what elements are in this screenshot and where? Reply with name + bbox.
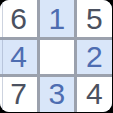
cell-r0c0[interactable]: 6 [0,0,37,37]
digit-entered: 1 [48,4,65,34]
digit-given: 7 [10,79,27,109]
cell-r1c0[interactable]: 4 [0,40,37,75]
cell-r1c1-empty[interactable] [40,40,75,75]
digit-given: 5 [86,4,103,34]
digit-given: 6 [10,4,27,34]
cell-r2c0[interactable]: 7 [0,77,37,113]
digit-given: 4 [86,79,103,109]
cell-r1c2[interactable]: 2 [77,40,113,75]
sudoku-icon: 6 1 5 4 2 7 3 4 [0,0,112,112]
digit-entered: 3 [48,79,65,109]
sudoku-board: 6 1 5 4 2 7 3 4 [0,0,112,112]
cell-r0c2[interactable]: 5 [77,0,113,37]
cell-r0c1[interactable]: 1 [40,0,75,37]
digit-entered: 4 [10,42,27,72]
digit-entered: 2 [86,42,103,72]
cell-r2c1[interactable]: 3 [40,77,75,113]
cell-r2c2[interactable]: 4 [77,77,113,113]
